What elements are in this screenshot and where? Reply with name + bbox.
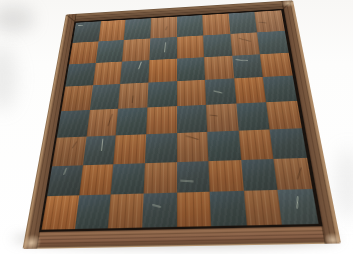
square-r5c6[interactable] — [206, 104, 238, 132]
square-r2c7[interactable] — [230, 32, 260, 55]
square-r5c2[interactable] — [86, 109, 118, 137]
scratch-mark — [185, 135, 198, 139]
square-r3c3[interactable] — [120, 60, 149, 84]
scratch-mark — [138, 61, 142, 69]
square-r1c2[interactable] — [98, 20, 126, 42]
square-r4c7[interactable] — [234, 77, 266, 103]
square-r5c5[interactable] — [176, 105, 207, 133]
square-r3c6[interactable] — [204, 55, 234, 80]
square-r8c7[interactable] — [244, 190, 283, 225]
square-r6c6[interactable] — [207, 130, 241, 160]
scratch-mark — [214, 91, 223, 94]
square-r8c1[interactable] — [42, 196, 79, 230]
background-smudge — [0, 46, 16, 110]
square-r7c3[interactable] — [111, 163, 145, 195]
square-r6c7[interactable] — [238, 129, 273, 159]
square-r4c5[interactable] — [177, 80, 207, 106]
square-r5c1[interactable] — [57, 110, 90, 138]
square-r4c6[interactable] — [205, 79, 236, 105]
scratch-mark — [72, 141, 77, 148]
scratch-mark — [132, 96, 134, 104]
square-r6c1[interactable] — [52, 136, 86, 165]
square-r2c3[interactable] — [122, 38, 150, 61]
square-r6c5[interactable] — [176, 132, 208, 162]
square-r2c1[interactable] — [69, 41, 98, 64]
scratch-mark — [259, 22, 267, 23]
square-r5c4[interactable] — [146, 106, 176, 134]
square-r2c4[interactable] — [149, 37, 176, 60]
square-r7c6[interactable] — [208, 160, 243, 192]
square-r2c2[interactable] — [96, 40, 125, 63]
square-r1c7[interactable] — [228, 12, 257, 34]
checkerboard — [23, 0, 342, 249]
square-r7c2[interactable] — [79, 164, 114, 196]
square-r5c7[interactable] — [236, 102, 270, 130]
square-r8c6[interactable] — [210, 191, 247, 226]
scratch-mark — [210, 115, 218, 117]
scratch-mark — [107, 114, 112, 126]
square-r7c1[interactable] — [47, 165, 83, 197]
square-r7c5[interactable] — [176, 161, 209, 193]
square-r5c3[interactable] — [116, 107, 147, 135]
board-grid — [39, 9, 323, 232]
square-r2c6[interactable] — [203, 34, 232, 57]
square-r6c2[interactable] — [83, 135, 116, 165]
square-r5c8[interactable] — [266, 101, 301, 129]
square-r4c2[interactable] — [90, 84, 121, 110]
scratch-mark — [165, 26, 168, 30]
square-r3c1[interactable] — [65, 63, 95, 87]
square-r8c4[interactable] — [142, 193, 176, 228]
square-r1c5[interactable] — [177, 15, 204, 37]
scratch-mark — [297, 196, 299, 209]
background-smudge — [0, 6, 34, 32]
square-r4c4[interactable] — [147, 81, 176, 107]
square-r3c5[interactable] — [177, 57, 206, 82]
scratch-mark — [152, 204, 161, 208]
scratch-mark — [101, 138, 104, 150]
square-r1c8[interactable] — [255, 10, 285, 32]
square-r4c8[interactable] — [263, 76, 297, 102]
square-r3c7[interactable] — [232, 54, 263, 79]
square-r8c3[interactable] — [108, 194, 143, 228]
square-r3c4[interactable] — [148, 58, 176, 82]
square-r1c6[interactable] — [202, 14, 230, 36]
square-r7c4[interactable] — [143, 162, 176, 194]
square-r2c8[interactable] — [257, 31, 288, 54]
scratch-mark — [238, 38, 251, 42]
square-r3c8[interactable] — [260, 52, 293, 77]
square-r7c7[interactable] — [241, 158, 278, 191]
square-r8c2[interactable] — [75, 195, 111, 229]
scratch-mark — [297, 167, 302, 179]
square-r8c5[interactable] — [176, 192, 211, 227]
square-r3c2[interactable] — [93, 61, 123, 85]
square-r1c1[interactable] — [73, 21, 101, 42]
square-r7c8[interactable] — [274, 157, 313, 190]
scratch-mark — [180, 180, 193, 182]
scratch-mark — [78, 25, 83, 26]
square-r4c3[interactable] — [118, 83, 148, 109]
square-r1c3[interactable] — [124, 18, 151, 40]
square-r6c4[interactable] — [145, 133, 177, 163]
photo-scene — [0, 0, 353, 254]
square-r6c3[interactable] — [114, 134, 147, 164]
scratch-mark — [235, 59, 248, 61]
square-r8c8[interactable] — [278, 189, 319, 224]
scratch-mark — [164, 42, 166, 52]
square-r4c1[interactable] — [61, 85, 92, 111]
square-r6c8[interactable] — [270, 128, 307, 158]
square-r1c4[interactable] — [150, 17, 176, 39]
scratch-mark — [63, 167, 67, 174]
square-r2c5[interactable] — [177, 35, 205, 58]
background-smudge — [335, 148, 353, 220]
